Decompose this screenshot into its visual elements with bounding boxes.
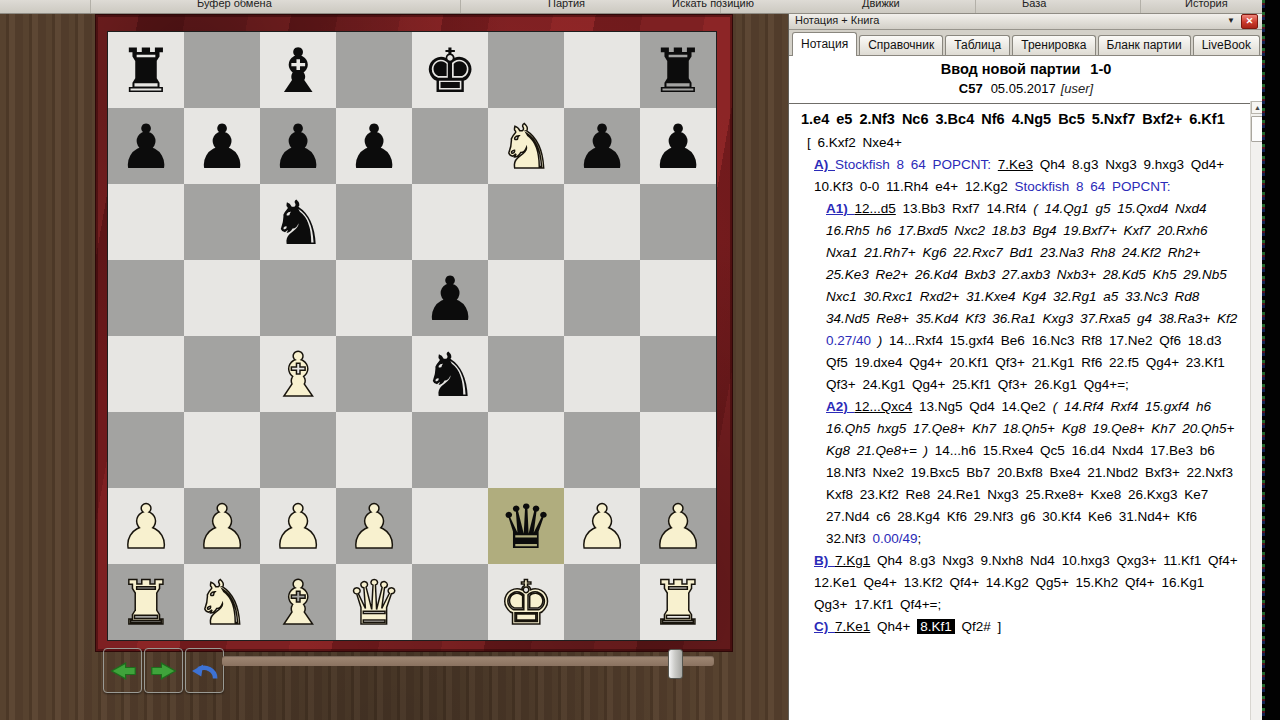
square-f2[interactable]: ♛ xyxy=(488,488,564,564)
toolbar-item[interactable]: База xyxy=(1022,0,1046,9)
piece-black-pawn[interactable]: ♟ xyxy=(347,116,402,177)
piece-white-pawn[interactable]: ♟ xyxy=(651,496,706,557)
notation-move[interactable]: ) xyxy=(871,333,889,348)
piece-black-rook[interactable]: ♜ xyxy=(119,40,174,101)
square-h6[interactable] xyxy=(640,184,716,260)
notation-move[interactable]: ; xyxy=(918,531,922,546)
tab-Таблица[interactable]: Таблица xyxy=(945,35,1010,55)
square-d3[interactable] xyxy=(336,412,412,488)
square-b1[interactable]: ♞ xyxy=(184,564,260,640)
notation-move[interactable]: ( 14.Qg1 g5 15.Qxd4 Nxd4 16.Rh5 h6 17.Bx… xyxy=(826,201,1244,326)
square-h7[interactable]: ♟ xyxy=(640,108,716,184)
notation-content: Ввод новой партии1-0 C5705.05.2017[user]… xyxy=(789,55,1263,720)
square-g6[interactable] xyxy=(564,184,640,260)
ribbon-toolbar: Буфер обменаПартияИскать позициюДвижкиБа… xyxy=(0,0,1262,14)
piece-white-pawn[interactable]: ♟ xyxy=(195,496,250,557)
square-b4[interactable] xyxy=(184,336,260,412)
piece-white-bishop[interactable]: ♝ xyxy=(271,572,326,633)
square-e6[interactable] xyxy=(412,184,488,260)
panel-menu-caret-icon[interactable]: ▼ xyxy=(1227,17,1235,25)
piece-white-rook[interactable]: ♜ xyxy=(651,572,706,633)
notation-move[interactable]: 7.Ke3 xyxy=(998,157,1033,172)
square-e7[interactable] xyxy=(412,108,488,184)
right-arrow-icon xyxy=(150,660,178,682)
square-g3[interactable] xyxy=(564,412,640,488)
square-c2[interactable]: ♟ xyxy=(260,488,336,564)
game-header: Ввод новой партии1-0 C5705.05.2017[user] xyxy=(789,55,1263,104)
piece-black-bishop[interactable]: ♝ xyxy=(271,40,326,101)
notation-move[interactable]: 7.Kg1 xyxy=(835,553,870,568)
notation-move[interactable]: B) xyxy=(814,553,835,568)
engine-annotation: 0.00/49 xyxy=(873,531,918,546)
notation-move[interactable]: Qh4+ xyxy=(870,619,917,634)
square-b7[interactable]: ♟ xyxy=(184,108,260,184)
notation-move[interactable]: 13.Ng5 Qd4 14.Qe2 xyxy=(912,399,1052,414)
square-a6[interactable] xyxy=(108,184,184,260)
notation-move[interactable]: 12...Qxc4 xyxy=(855,399,913,414)
square-c8[interactable]: ♝ xyxy=(260,32,336,108)
toolbar-separator xyxy=(975,0,976,13)
piece-white-king[interactable]: ♚ xyxy=(499,572,554,633)
piece-white-bishop[interactable]: ♝ xyxy=(271,344,326,405)
piece-black-knight[interactable]: ♞ xyxy=(423,344,478,405)
square-c4[interactable]: ♝ xyxy=(260,336,336,412)
square-g5[interactable] xyxy=(564,260,640,336)
piece-black-pawn[interactable]: ♟ xyxy=(423,268,478,329)
square-h4[interactable] xyxy=(640,336,716,412)
square-f7[interactable]: ♞ xyxy=(488,108,564,184)
move-list: 1.e4 e5 2.Nf3 Nc6 3.Bc4 Nf6 4.Ng5 Bc5 5.… xyxy=(789,104,1263,638)
square-g4[interactable] xyxy=(564,336,640,412)
chess-board: ♜♝♚♜♟♟♟♟♞♟♟♞♟♝♞♟♟♟♟♛♟♟♜♞♝♛♚♜ xyxy=(107,31,717,641)
square-c7[interactable]: ♟ xyxy=(260,108,336,184)
square-f5[interactable] xyxy=(488,260,564,336)
notation-move[interactable]: C) xyxy=(814,619,835,634)
panel-title: Нотация + Книга xyxy=(795,14,879,26)
notation-paragraph: B) 7.Kg1 Qh4 8.g3 Nxg3 9.Nxh8 Nd4 10.hxg… xyxy=(799,550,1239,616)
notation-paragraph: A1) 12...d5 13.Bb3 Rxf7 14.Rf4 ( 14.Qg1 … xyxy=(799,198,1239,396)
square-e8[interactable]: ♚ xyxy=(412,32,488,108)
move-navigation xyxy=(103,648,224,693)
piece-black-pawn[interactable]: ♟ xyxy=(575,116,630,177)
piece-black-rook[interactable]: ♜ xyxy=(651,40,706,101)
square-e3[interactable] xyxy=(412,412,488,488)
notation-move[interactable]: A1) xyxy=(826,201,855,216)
square-b2[interactable]: ♟ xyxy=(184,488,260,564)
video-edge-strip xyxy=(1262,0,1280,720)
toolbar-separator xyxy=(90,0,91,13)
square-a2[interactable]: ♟ xyxy=(108,488,184,564)
eco-code: C57 xyxy=(959,81,983,96)
toolbar-item[interactable]: Искать позицию xyxy=(672,0,754,9)
tab-Бланк партии[interactable]: Бланк партии xyxy=(1098,35,1191,55)
square-c6[interactable]: ♞ xyxy=(260,184,336,260)
notation-paragraph: A2) 12...Qxc4 13.Ng5 Qd4 14.Qe2 ( 14.Rf4… xyxy=(799,396,1239,550)
square-d5[interactable] xyxy=(336,260,412,336)
square-h3[interactable] xyxy=(640,412,716,488)
game-progress-slider-track[interactable] xyxy=(222,656,714,666)
game-subtitle: C5705.05.2017[user] xyxy=(789,81,1263,96)
notation-move[interactable]: Qh4 8.g3 Nxg3 9.Nxh8 Nd4 10.hxg3 Qxg3+ 1… xyxy=(814,553,1245,612)
square-a8[interactable]: ♜ xyxy=(108,32,184,108)
piece-black-king[interactable]: ♚ xyxy=(423,40,478,101)
piece-white-knight[interactable]: ♞ xyxy=(499,116,554,177)
piece-black-knight[interactable]: ♞ xyxy=(271,192,326,253)
piece-white-pawn[interactable]: ♟ xyxy=(271,496,326,557)
square-e1[interactable] xyxy=(412,564,488,640)
square-f4[interactable] xyxy=(488,336,564,412)
piece-white-pawn[interactable]: ♟ xyxy=(347,496,402,557)
square-a7[interactable]: ♟ xyxy=(108,108,184,184)
notation-move[interactable]: 8.Kf1 xyxy=(917,619,955,634)
square-a1[interactable]: ♜ xyxy=(108,564,184,640)
piece-white-rook[interactable]: ♜ xyxy=(119,572,174,633)
square-c3[interactable] xyxy=(260,412,336,488)
left-arrow-icon xyxy=(109,660,137,682)
square-h8[interactable]: ♜ xyxy=(640,32,716,108)
square-a4[interactable] xyxy=(108,336,184,412)
game-user: [user] xyxy=(1061,81,1094,96)
toolbar-item[interactable]: История xyxy=(1185,0,1228,9)
close-icon[interactable]: ✕ xyxy=(1241,14,1258,29)
square-b6[interactable] xyxy=(184,184,260,260)
tab-Тренировка[interactable]: Тренировка xyxy=(1012,35,1095,55)
square-f8[interactable] xyxy=(488,32,564,108)
notation-move[interactable]: A) xyxy=(814,157,835,172)
toolbar-separator xyxy=(460,0,461,13)
piece-black-pawn[interactable]: ♟ xyxy=(271,116,326,177)
square-g7[interactable]: ♟ xyxy=(564,108,640,184)
piece-white-knight[interactable]: ♞ xyxy=(195,572,250,633)
square-g8[interactable] xyxy=(564,32,640,108)
notation-move[interactable]: Qf2# ] xyxy=(955,619,1002,634)
square-h2[interactable]: ♟ xyxy=(640,488,716,564)
takeback-button[interactable] xyxy=(185,648,224,693)
game-date: 05.05.2017 xyxy=(991,81,1056,96)
square-c5[interactable] xyxy=(260,260,336,336)
panel-tabs: НотацияСправочникТаблицаТренировкаБланк … xyxy=(789,30,1263,56)
notation-move[interactable]: A2) xyxy=(826,399,855,414)
piece-black-pawn[interactable]: ♟ xyxy=(195,116,250,177)
notation-move[interactable]: 7.Ke1 xyxy=(835,619,870,634)
square-e4[interactable]: ♞ xyxy=(412,336,488,412)
toolbar-separator xyxy=(1140,0,1141,13)
square-d1[interactable]: ♛ xyxy=(336,564,412,640)
notation-panel: Нотация + Книга ▼ ✕ НотацияСправочникТаб… xyxy=(788,13,1263,720)
notation-paragraph: C) 7.Ke1 Qh4+ 8.Kf1 Qf2# ] xyxy=(799,616,1239,638)
square-d2[interactable]: ♟ xyxy=(336,488,412,564)
square-d4[interactable] xyxy=(336,336,412,412)
previous-move-button[interactable] xyxy=(103,648,142,693)
toolbar-item[interactable]: Буфер обмена xyxy=(197,0,272,9)
piece-white-pawn[interactable]: ♟ xyxy=(119,496,174,557)
square-a3[interactable] xyxy=(108,412,184,488)
square-g1[interactable] xyxy=(564,564,640,640)
square-d8[interactable] xyxy=(336,32,412,108)
tab-LiveBook[interactable]: LiveBook xyxy=(1193,35,1260,55)
notation-paragraph: [ 6.Kxf2 Nxe4+ xyxy=(799,132,1239,154)
piece-black-queen[interactable]: ♛ xyxy=(499,496,554,557)
square-f1[interactable]: ♚ xyxy=(488,564,564,640)
square-g2[interactable]: ♟ xyxy=(564,488,640,564)
notation-paragraph: 1.e4 e5 2.Nf3 Nc6 3.Bc4 Nf6 4.Ng5 Bc5 5.… xyxy=(799,110,1239,129)
square-e2[interactable] xyxy=(412,488,488,564)
notation-move[interactable]: 13.Bb3 Rxf7 14.Rf4 xyxy=(896,201,1033,216)
notation-move[interactable]: 1.e4 e5 2.Nf3 Nc6 3.Bc4 Nf6 4.Ng5 Bc5 5.… xyxy=(801,111,1225,127)
square-f6[interactable] xyxy=(488,184,564,260)
engine-annotation: Stockfish 8 64 POPCNT: xyxy=(835,157,998,172)
notation-move[interactable]: [ 6.Kxf2 Nxe4+ xyxy=(807,135,902,150)
square-b8[interactable] xyxy=(184,32,260,108)
toolbar-item[interactable]: Движки xyxy=(862,0,900,9)
game-event: Ввод новой партии xyxy=(941,61,1081,77)
square-h5[interactable] xyxy=(640,260,716,336)
square-b3[interactable] xyxy=(184,412,260,488)
engine-annotation: 0.27/40 xyxy=(826,333,871,348)
piece-white-queen[interactable]: ♛ xyxy=(347,572,402,633)
square-b5[interactable] xyxy=(184,260,260,336)
piece-white-pawn[interactable]: ♟ xyxy=(575,496,630,557)
game-progress-slider-handle[interactable] xyxy=(668,649,683,679)
square-d7[interactable]: ♟ xyxy=(336,108,412,184)
undo-arrow-icon xyxy=(190,659,220,683)
game-result: 1-0 xyxy=(1090,61,1111,77)
square-d6[interactable] xyxy=(336,184,412,260)
square-f3[interactable] xyxy=(488,412,564,488)
square-a5[interactable] xyxy=(108,260,184,336)
next-move-button[interactable] xyxy=(144,648,183,693)
board-frame: ♜♝♚♜♟♟♟♟♞♟♟♞♟♝♞♟♟♟♟♛♟♟♜♞♝♛♚♜ xyxy=(95,14,733,652)
toolbar-item[interactable]: Партия xyxy=(548,0,585,9)
square-c1[interactable]: ♝ xyxy=(260,564,336,640)
panel-titlebar: Нотация + Книга ▼ ✕ xyxy=(789,13,1263,30)
tab-Справочник[interactable]: Справочник xyxy=(859,35,943,55)
application-window: Буфер обменаПартияИскать позициюДвижкиБа… xyxy=(0,0,1280,720)
piece-black-pawn[interactable]: ♟ xyxy=(651,116,706,177)
square-h1[interactable]: ♜ xyxy=(640,564,716,640)
notation-paragraph: A) Stockfish 8 64 POPCNT: 7.Ke3 Qh4 8.g3… xyxy=(799,154,1239,198)
piece-black-pawn[interactable]: ♟ xyxy=(119,116,174,177)
game-title: Ввод новой партии1-0 xyxy=(789,61,1263,77)
engine-annotation: Stockfish 8 64 POPCNT: xyxy=(1015,179,1171,194)
notation-move[interactable]: 12...d5 xyxy=(855,201,896,216)
square-e5[interactable]: ♟ xyxy=(412,260,488,336)
tab-Нотация[interactable]: Нотация xyxy=(792,32,857,56)
